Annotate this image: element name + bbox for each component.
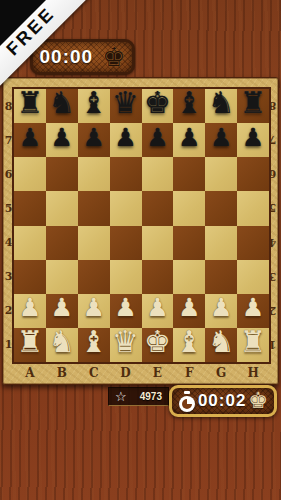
file-label-c: C bbox=[78, 362, 110, 384]
piece-white-pawn[interactable]: ♟ bbox=[19, 295, 41, 320]
file-label-d: D bbox=[110, 362, 142, 384]
square-d3[interactable] bbox=[110, 260, 142, 294]
square-c5[interactable] bbox=[78, 191, 110, 225]
square-d1[interactable]: ♛ bbox=[110, 328, 142, 362]
square-d5[interactable] bbox=[110, 191, 142, 225]
square-b3[interactable] bbox=[46, 260, 78, 294]
piece-white-rook[interactable]: ♜ bbox=[16, 327, 43, 357]
square-a1[interactable]: ♜ bbox=[14, 328, 46, 362]
piece-black-bishop[interactable]: ♝ bbox=[176, 88, 203, 118]
square-f1[interactable]: ♝ bbox=[173, 328, 205, 362]
square-h1[interactable]: ♜ bbox=[237, 328, 269, 362]
piece-black-pawn[interactable]: ♟ bbox=[210, 125, 232, 150]
square-f7[interactable]: ♟ bbox=[173, 123, 205, 157]
square-h8[interactable]: ♜ bbox=[237, 89, 269, 123]
square-g5[interactable] bbox=[205, 191, 237, 225]
square-g2[interactable]: ♟ bbox=[205, 294, 237, 328]
rank-label-left-8: 8 bbox=[3, 89, 14, 123]
piece-white-bishop[interactable]: ♝ bbox=[176, 327, 203, 357]
file-label-g: G bbox=[205, 362, 237, 384]
square-d8[interactable]: ♛ bbox=[110, 89, 142, 123]
square-f5[interactable] bbox=[173, 191, 205, 225]
square-b7[interactable]: ♟ bbox=[46, 123, 78, 157]
piece-black-pawn[interactable]: ♟ bbox=[19, 125, 41, 150]
square-h4[interactable] bbox=[237, 226, 269, 260]
piece-black-pawn[interactable]: ♟ bbox=[242, 125, 264, 150]
board-squares: ♜♞♝♛♚♝♞♜♟♟♟♟♟♟♟♟♟♟♟♟♟♟♟♟♜♞♝♛♚♝♞♜ bbox=[14, 89, 269, 362]
rank-labels-left: 87654321 bbox=[3, 89, 14, 362]
square-h7[interactable]: ♟ bbox=[237, 123, 269, 157]
square-g1[interactable]: ♞ bbox=[205, 328, 237, 362]
piece-black-pawn[interactable]: ♟ bbox=[178, 125, 200, 150]
square-b5[interactable] bbox=[46, 191, 78, 225]
square-e4[interactable] bbox=[142, 226, 174, 260]
score-value: 4973 bbox=[140, 391, 162, 402]
rank-label-left-2: 2 bbox=[3, 294, 14, 328]
piece-black-king[interactable]: ♚ bbox=[144, 88, 171, 118]
square-c2[interactable]: ♟ bbox=[78, 294, 110, 328]
square-a3[interactable] bbox=[14, 260, 46, 294]
piece-white-pawn[interactable]: ♟ bbox=[146, 295, 168, 320]
square-f2[interactable]: ♟ bbox=[173, 294, 205, 328]
star-icon: ☆ bbox=[115, 390, 127, 403]
square-e1[interactable]: ♚ bbox=[142, 328, 174, 362]
square-c4[interactable] bbox=[78, 226, 110, 260]
square-h5[interactable] bbox=[237, 191, 269, 225]
square-d7[interactable]: ♟ bbox=[110, 123, 142, 157]
piece-black-rook[interactable]: ♜ bbox=[240, 88, 267, 118]
square-f6[interactable] bbox=[173, 157, 205, 191]
square-b4[interactable] bbox=[46, 226, 78, 260]
file-label-e: E bbox=[142, 362, 174, 384]
square-b8[interactable]: ♞ bbox=[46, 89, 78, 123]
square-e2[interactable]: ♟ bbox=[142, 294, 174, 328]
square-h2[interactable]: ♟ bbox=[237, 294, 269, 328]
square-a4[interactable] bbox=[14, 226, 46, 260]
rank-label-left-7: 7 bbox=[3, 123, 14, 157]
square-c1[interactable]: ♝ bbox=[78, 328, 110, 362]
square-d4[interactable] bbox=[110, 226, 142, 260]
piece-white-pawn[interactable]: ♟ bbox=[82, 295, 104, 320]
piece-white-pawn[interactable]: ♟ bbox=[51, 295, 73, 320]
piece-white-knight[interactable]: ♞ bbox=[48, 327, 75, 357]
square-c8[interactable]: ♝ bbox=[78, 89, 110, 123]
rank-label-left-6: 6 bbox=[3, 157, 14, 191]
square-d6[interactable] bbox=[110, 157, 142, 191]
piece-black-queen[interactable]: ♛ bbox=[112, 88, 139, 118]
square-g7[interactable]: ♟ bbox=[205, 123, 237, 157]
piece-white-pawn[interactable]: ♟ bbox=[114, 295, 136, 320]
square-c3[interactable] bbox=[78, 260, 110, 294]
piece-black-pawn[interactable]: ♟ bbox=[114, 125, 136, 150]
square-g6[interactable] bbox=[205, 157, 237, 191]
square-d2[interactable]: ♟ bbox=[110, 294, 142, 328]
piece-black-bishop[interactable]: ♝ bbox=[80, 88, 107, 118]
piece-white-pawn[interactable]: ♟ bbox=[178, 295, 200, 320]
square-b6[interactable] bbox=[46, 157, 78, 191]
square-f3[interactable] bbox=[173, 260, 205, 294]
stopwatch-icon bbox=[178, 391, 196, 412]
piece-white-bishop[interactable]: ♝ bbox=[80, 327, 107, 357]
square-a2[interactable]: ♟ bbox=[14, 294, 46, 328]
square-a6[interactable] bbox=[14, 157, 46, 191]
piece-black-rook[interactable]: ♜ bbox=[16, 88, 43, 118]
square-h6[interactable] bbox=[237, 157, 269, 191]
rank-label-left-5: 5 bbox=[3, 191, 14, 225]
piece-black-knight[interactable]: ♞ bbox=[208, 88, 235, 118]
square-e8[interactable]: ♚ bbox=[142, 89, 174, 123]
black-king-icon: ♚ bbox=[102, 44, 125, 70]
piece-white-king[interactable]: ♚ bbox=[144, 327, 171, 357]
square-f8[interactable]: ♝ bbox=[173, 89, 205, 123]
piece-black-pawn[interactable]: ♟ bbox=[146, 125, 168, 150]
white-clock-time: 00:02 bbox=[198, 391, 246, 411]
file-labels: ABCDEFGH bbox=[14, 362, 269, 384]
rank-label-left-3: 3 bbox=[3, 260, 14, 294]
piece-white-rook[interactable]: ♜ bbox=[240, 327, 267, 357]
piece-white-queen[interactable]: ♛ bbox=[112, 327, 139, 357]
file-label-a: A bbox=[14, 362, 46, 384]
piece-white-pawn[interactable]: ♟ bbox=[242, 295, 264, 320]
white-clock-panel: 00:02 ♚ bbox=[169, 385, 277, 417]
square-e3[interactable] bbox=[142, 260, 174, 294]
square-a5[interactable] bbox=[14, 191, 46, 225]
square-c6[interactable] bbox=[78, 157, 110, 191]
rank-label-left-1: 1 bbox=[3, 328, 14, 362]
square-a7[interactable]: ♟ bbox=[14, 123, 46, 157]
score-panel: ☆ 4973 bbox=[108, 387, 169, 406]
piece-black-knight[interactable]: ♞ bbox=[48, 88, 75, 118]
file-label-b: B bbox=[46, 362, 78, 384]
square-g4[interactable] bbox=[205, 226, 237, 260]
square-e5[interactable] bbox=[142, 191, 174, 225]
square-b2[interactable]: ♟ bbox=[46, 294, 78, 328]
square-h3[interactable] bbox=[237, 260, 269, 294]
square-e6[interactable] bbox=[142, 157, 174, 191]
square-f4[interactable] bbox=[173, 226, 205, 260]
square-a8[interactable]: ♜ bbox=[14, 89, 46, 123]
square-c7[interactable]: ♟ bbox=[78, 123, 110, 157]
square-e7[interactable]: ♟ bbox=[142, 123, 174, 157]
chess-app-screen: FREE 00:00 ♚ 87654321 87654321 ABCDEFGH … bbox=[0, 0, 281, 500]
chess-board: 87654321 87654321 ABCDEFGH ♜♞♝♛♚♝♞♜♟♟♟♟♟… bbox=[2, 77, 279, 385]
free-ribbon: FREE bbox=[0, 0, 92, 92]
piece-white-knight[interactable]: ♞ bbox=[208, 327, 235, 357]
square-b1[interactable]: ♞ bbox=[46, 328, 78, 362]
piece-black-pawn[interactable]: ♟ bbox=[51, 125, 73, 150]
piece-white-pawn[interactable]: ♟ bbox=[210, 295, 232, 320]
piece-black-pawn[interactable]: ♟ bbox=[82, 125, 104, 150]
square-g8[interactable]: ♞ bbox=[205, 89, 237, 123]
rank-label-left-4: 4 bbox=[3, 226, 14, 260]
white-king-icon: ♚ bbox=[248, 390, 268, 412]
file-label-h: H bbox=[237, 362, 269, 384]
square-g3[interactable] bbox=[205, 260, 237, 294]
file-label-f: F bbox=[173, 362, 205, 384]
